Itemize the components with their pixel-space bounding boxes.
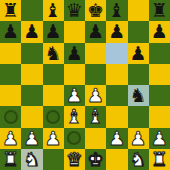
black-rook[interactable]: ♜ bbox=[151, 1, 168, 20]
white-pawn[interactable]: ♟ bbox=[130, 128, 147, 147]
square-h7[interactable]: ♟ bbox=[149, 21, 170, 42]
move-hint-circle[interactable] bbox=[4, 110, 18, 124]
white-pawn[interactable]: ♟ bbox=[87, 86, 104, 105]
square-b5[interactable] bbox=[21, 64, 42, 85]
square-f6[interactable] bbox=[106, 43, 127, 64]
square-a6[interactable] bbox=[0, 43, 21, 64]
black-pawn[interactable]: ♟ bbox=[45, 22, 62, 41]
black-bishop[interactable]: ♝ bbox=[108, 1, 125, 20]
square-b6[interactable] bbox=[21, 43, 42, 64]
square-a3[interactable] bbox=[0, 106, 21, 127]
white-queen[interactable]: ♛ bbox=[66, 149, 83, 168]
square-e7[interactable]: ♟ bbox=[85, 21, 106, 42]
square-f3[interactable] bbox=[106, 106, 127, 127]
square-h6[interactable] bbox=[149, 43, 170, 64]
square-d6[interactable]: ♟ bbox=[64, 43, 85, 64]
white-pawn[interactable]: ♟ bbox=[151, 128, 168, 147]
square-h3[interactable] bbox=[149, 106, 170, 127]
square-a8[interactable]: ♜ bbox=[0, 0, 21, 21]
square-e1[interactable]: ♚ bbox=[85, 149, 106, 170]
square-h2[interactable]: ♟ bbox=[149, 128, 170, 149]
square-d3[interactable]: ♝ bbox=[64, 106, 85, 127]
square-e5[interactable] bbox=[85, 64, 106, 85]
black-queen[interactable]: ♛ bbox=[66, 1, 83, 20]
white-pawn[interactable]: ♟ bbox=[108, 128, 125, 147]
square-g3[interactable] bbox=[128, 106, 149, 127]
square-g6[interactable]: ♟ bbox=[128, 43, 149, 64]
square-d5[interactable] bbox=[64, 64, 85, 85]
square-c2[interactable]: ♟ bbox=[43, 128, 64, 149]
square-f1[interactable] bbox=[106, 149, 127, 170]
square-a1[interactable]: ♜ bbox=[0, 149, 21, 170]
square-b4[interactable] bbox=[21, 85, 42, 106]
square-h5[interactable] bbox=[149, 64, 170, 85]
square-c7[interactable]: ♟ bbox=[43, 21, 64, 42]
square-c6[interactable]: ♞ bbox=[43, 43, 64, 64]
square-e6[interactable] bbox=[85, 43, 106, 64]
square-f8[interactable]: ♝ bbox=[106, 0, 127, 21]
white-bishop[interactable]: ♝ bbox=[87, 107, 104, 126]
square-d2[interactable] bbox=[64, 128, 85, 149]
square-e3[interactable]: ♝ bbox=[85, 106, 106, 127]
black-pawn[interactable]: ♟ bbox=[108, 22, 125, 41]
white-rook[interactable]: ♜ bbox=[151, 149, 168, 168]
move-hint-circle[interactable] bbox=[46, 110, 60, 124]
square-a5[interactable] bbox=[0, 64, 21, 85]
square-d4[interactable]: ♟ bbox=[64, 85, 85, 106]
black-pawn[interactable]: ♟ bbox=[66, 43, 83, 62]
square-g4[interactable]: ♞ bbox=[128, 85, 149, 106]
white-knight[interactable]: ♞ bbox=[23, 149, 40, 168]
square-b2[interactable]: ♟ bbox=[21, 128, 42, 149]
white-knight[interactable]: ♞ bbox=[130, 149, 147, 168]
square-f7[interactable]: ♟ bbox=[106, 21, 127, 42]
square-b1[interactable]: ♞ bbox=[21, 149, 42, 170]
square-h1[interactable]: ♜ bbox=[149, 149, 170, 170]
white-king[interactable]: ♚ bbox=[87, 149, 104, 168]
black-rook[interactable]: ♜ bbox=[2, 1, 19, 20]
black-pawn[interactable]: ♟ bbox=[87, 22, 104, 41]
white-pawn[interactable]: ♟ bbox=[23, 128, 40, 147]
black-pawn[interactable]: ♟ bbox=[2, 22, 19, 41]
square-a4[interactable] bbox=[0, 85, 21, 106]
square-h4[interactable] bbox=[149, 85, 170, 106]
square-g1[interactable]: ♞ bbox=[128, 149, 149, 170]
square-g2[interactable]: ♟ bbox=[128, 128, 149, 149]
square-f4[interactable] bbox=[106, 85, 127, 106]
white-rook[interactable]: ♜ bbox=[2, 149, 19, 168]
square-c4[interactable] bbox=[43, 85, 64, 106]
black-bishop[interactable]: ♝ bbox=[45, 1, 62, 20]
black-king[interactable]: ♚ bbox=[87, 1, 104, 20]
black-knight[interactable]: ♞ bbox=[45, 43, 62, 62]
black-pawn[interactable]: ♟ bbox=[151, 22, 168, 41]
square-c8[interactable]: ♝ bbox=[43, 0, 64, 21]
square-f2[interactable]: ♟ bbox=[106, 128, 127, 149]
black-pawn[interactable]: ♟ bbox=[130, 43, 147, 62]
square-e8[interactable]: ♚ bbox=[85, 0, 106, 21]
square-f5[interactable] bbox=[106, 64, 127, 85]
square-e4[interactable]: ♟ bbox=[85, 85, 106, 106]
square-b3[interactable] bbox=[21, 106, 42, 127]
square-b8[interactable] bbox=[21, 0, 42, 21]
square-e2[interactable] bbox=[85, 128, 106, 149]
square-c1[interactable] bbox=[43, 149, 64, 170]
white-pawn[interactable]: ♟ bbox=[45, 128, 62, 147]
black-pawn[interactable]: ♟ bbox=[23, 22, 40, 41]
chess-board: ♜♝♛♚♝♜♟♟♟♟♟♟♞♟♟♟♟♞♝♝♟♟♟♟♟♟♜♞♛♚♞♜ bbox=[0, 0, 170, 170]
square-g5[interactable] bbox=[128, 64, 149, 85]
square-d1[interactable]: ♛ bbox=[64, 149, 85, 170]
square-b7[interactable]: ♟ bbox=[21, 21, 42, 42]
square-c3[interactable] bbox=[43, 106, 64, 127]
square-h8[interactable]: ♜ bbox=[149, 0, 170, 21]
square-d8[interactable]: ♛ bbox=[64, 0, 85, 21]
square-c5[interactable] bbox=[43, 64, 64, 85]
white-pawn[interactable]: ♟ bbox=[66, 86, 83, 105]
black-knight[interactable]: ♞ bbox=[130, 86, 147, 105]
square-g7[interactable] bbox=[128, 21, 149, 42]
square-d7[interactable] bbox=[64, 21, 85, 42]
white-pawn[interactable]: ♟ bbox=[2, 128, 19, 147]
square-a7[interactable]: ♟ bbox=[0, 21, 21, 42]
move-hint-circle[interactable] bbox=[67, 131, 81, 145]
square-a2[interactable]: ♟ bbox=[0, 128, 21, 149]
white-bishop[interactable]: ♝ bbox=[66, 107, 83, 126]
square-g8[interactable] bbox=[128, 0, 149, 21]
